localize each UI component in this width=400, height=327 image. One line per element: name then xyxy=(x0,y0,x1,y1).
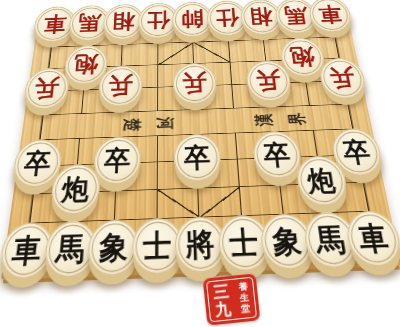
piece-character: 士 xyxy=(142,230,171,262)
piece-character: 炮 xyxy=(306,166,337,195)
piece-character: 車 xyxy=(356,222,391,254)
piece-character: 馬 xyxy=(55,233,86,266)
piece-character: 炮 xyxy=(289,46,316,68)
watermark-stamp: 三 九 養 生 堂 xyxy=(203,273,261,325)
piece-character: 卒 xyxy=(341,138,372,165)
watermark-char: 堂 xyxy=(240,303,250,315)
piece-character: 卒 xyxy=(262,141,291,168)
piece-character: 卒 xyxy=(104,146,131,174)
piece-character: 卒 xyxy=(184,144,211,172)
watermark-char: 九 xyxy=(214,300,232,319)
piece-red-chariot[interactable]: 車 xyxy=(307,0,354,33)
watermark-inner-border: 三 九 養 生 堂 xyxy=(206,277,257,323)
piece-character: 兵 xyxy=(328,66,357,90)
piece-character: 兵 xyxy=(182,71,207,95)
piece-character: 相 xyxy=(249,7,274,28)
piece-black-chariot[interactable]: 車 xyxy=(344,210,400,267)
piece-red-soldier[interactable]: 兵 xyxy=(22,68,70,110)
piece-black-soldier[interactable]: 卒 xyxy=(174,133,222,182)
piece-red-soldier[interactable]: 兵 xyxy=(317,58,368,100)
piece-character: 帥 xyxy=(181,9,204,30)
piece-red-soldier[interactable]: 兵 xyxy=(98,65,143,107)
piece-character: 仕 xyxy=(146,10,169,31)
piece-character: 仕 xyxy=(215,8,239,29)
piece-character: 兵 xyxy=(255,69,282,93)
watermark-large-text: 三 九 xyxy=(207,280,237,321)
piece-character: 兵 xyxy=(108,74,133,98)
photo-canvas: 楚 河 漢 界 車馬相仕帥仕相馬車炮炮兵兵兵兵兵卒卒卒卒卒炮炮車馬象士將士象馬車… xyxy=(0,0,400,327)
piece-red-soldier[interactable]: 兵 xyxy=(173,63,217,105)
piece-character: 車 xyxy=(42,14,67,35)
piece-character: 馬 xyxy=(314,224,347,256)
piece-black-soldier[interactable]: 卒 xyxy=(252,131,304,180)
piece-character: 車 xyxy=(11,234,43,267)
piece-character: 相 xyxy=(112,11,136,32)
piece-character: 兵 xyxy=(33,77,60,101)
piece-character: 馬 xyxy=(77,13,101,34)
piece-character: 象 xyxy=(99,231,129,263)
piece-character: 卒 xyxy=(23,149,53,177)
piece-character: 炮 xyxy=(73,53,99,76)
piece-character: 炮 xyxy=(61,175,90,204)
piece-character: 士 xyxy=(228,227,259,259)
board-perspective-wrapper: 楚 河 漢 界 車馬相仕帥仕相馬車炮炮兵兵兵兵兵卒卒卒卒卒炮炮車馬象士將士象馬車 xyxy=(0,0,400,327)
xiangqi-board: 楚 河 漢 界 車馬相仕帥仕相馬車炮炮兵兵兵兵兵卒卒卒卒卒炮炮車馬象士將士象馬車 xyxy=(1,9,400,280)
piece-character: 車 xyxy=(317,4,343,25)
piece-character: 馬 xyxy=(283,5,309,26)
piece-character: 將 xyxy=(186,228,216,260)
piece-character: 象 xyxy=(271,225,303,257)
watermark-small-text: 養 生 堂 xyxy=(233,278,256,319)
pieces-layer: 車馬相仕帥仕相馬車炮炮兵兵兵兵兵卒卒卒卒卒炮炮車馬象士將士象馬車 xyxy=(1,9,400,280)
piece-black-soldier[interactable]: 卒 xyxy=(93,136,142,185)
